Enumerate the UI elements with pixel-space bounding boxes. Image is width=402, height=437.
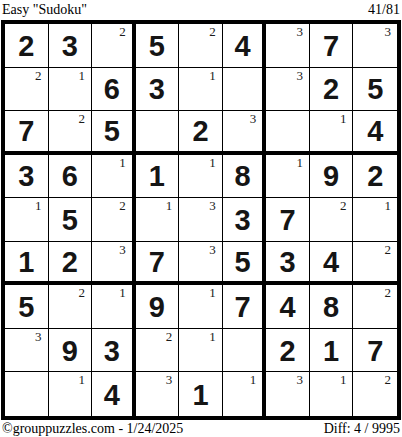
difficulty-text: Diff: 4 / 9995 [324,421,400,436]
cell-r7c8[interactable]: 8 [310,285,354,329]
sudoku-board: 2325243732163132572523143611181921521337… [1,20,401,420]
corner-mark: 1 [340,112,347,125]
cell-r1c6[interactable]: 4 [223,24,267,68]
given-digit: 6 [104,75,120,104]
cell-r9c6[interactable]: 1 [223,372,267,416]
corner-mark: 1 [209,69,216,82]
given-digit: 4 [280,293,296,322]
cell-r5c7[interactable]: 7 [266,198,310,242]
cell-r6c5[interactable]: 3 [179,242,223,286]
cell-r3c9[interactable]: 4 [353,111,397,155]
cell-r7c5[interactable]: 1 [179,285,223,329]
given-digit: 4 [234,32,250,61]
corner-mark: 3 [250,112,257,125]
cell-r8c9[interactable]: 7 [353,329,397,373]
cell-r7c1[interactable]: 5 [5,285,49,329]
cell-r7c3[interactable]: 1 [92,285,136,329]
cell-r5c9[interactable]: 1 [353,198,397,242]
corner-mark: 2 [166,330,173,343]
puzzle-title: Easy "Sudoku" [2,1,87,18]
given-digit: 3 [280,248,296,277]
cell-r8c3[interactable]: 3 [92,329,136,373]
cell-r4c5[interactable]: 1 [179,155,223,199]
cell-r9c7[interactable]: 3 [266,372,310,416]
given-digit: 7 [234,293,250,322]
given-digit: 4 [323,248,339,277]
cell-r3c3[interactable]: 5 [92,111,136,155]
cell-r1c1[interactable]: 2 [5,24,49,68]
cell-r8c1[interactable]: 3 [5,329,49,373]
given-digit: 3 [18,162,34,191]
corner-mark: 2 [35,69,42,82]
given-digit: 6 [62,162,78,191]
corner-mark: 2 [119,25,126,38]
given-digit: 1 [323,337,339,366]
cell-r6c1[interactable]: 1 [5,242,49,286]
corner-mark: 3 [209,199,216,212]
cell-r8c6[interactable] [223,329,267,373]
corner-mark: 3 [296,373,303,386]
given-digit: 7 [149,248,165,277]
given-digit: 4 [104,381,120,410]
cell-r1c8[interactable]: 7 [310,24,354,68]
given-digit: 5 [367,75,383,104]
given-digit: 5 [104,117,120,146]
cell-r2c4[interactable]: 3 [136,68,180,112]
given-digit: 5 [149,32,165,61]
corner-mark: 1 [296,156,303,169]
cell-r4c9[interactable]: 2 [353,155,397,199]
corner-mark: 1 [119,286,126,299]
given-digit: 8 [323,293,339,322]
cell-r7c9[interactable]: 2 [353,285,397,329]
cell-r7c7[interactable]: 4 [266,285,310,329]
cell-r6c3[interactable]: 3 [92,242,136,286]
cell-r5c8[interactable]: 2 [310,198,354,242]
given-digit: 5 [62,206,78,235]
corner-mark: 1 [119,156,126,169]
cell-r7c2[interactable]: 2 [49,285,93,329]
given-digit: 9 [62,337,78,366]
cell-r3c1[interactable]: 7 [5,111,49,155]
given-digit: 1 [192,381,208,410]
corner-mark: 3 [296,69,303,82]
cell-r6c4[interactable]: 7 [136,242,180,286]
cell-r4c1[interactable]: 3 [5,155,49,199]
corner-mark: 1 [209,156,216,169]
given-digit: 2 [323,75,339,104]
cell-r4c6[interactable]: 8 [223,155,267,199]
cell-r7c6[interactable]: 7 [223,285,267,329]
cell-r6c2[interactable]: 2 [49,242,93,286]
cell-r3c4[interactable] [136,111,180,155]
corner-mark: 1 [166,199,173,212]
corner-mark: 1 [209,286,216,299]
corner-mark: 1 [79,69,86,82]
cell-r5c3[interactable]: 2 [92,198,136,242]
cell-r1c7[interactable]: 3 [266,24,310,68]
given-digit: 2 [280,337,296,366]
cell-r6c8[interactable]: 4 [310,242,354,286]
given-digit: 4 [367,117,383,146]
given-digit: 9 [149,293,165,322]
cell-r2c1[interactable]: 2 [5,68,49,112]
cell-r8c5[interactable]: 1 [179,329,223,373]
corner-mark: 3 [209,243,216,256]
corner-mark: 1 [250,373,257,386]
given-digit: 1 [149,162,165,191]
cell-r3c8[interactable]: 1 [310,111,354,155]
corner-mark: 1 [340,373,347,386]
cell-r1c9[interactable]: 3 [353,24,397,68]
corner-mark: 1 [35,199,42,212]
header: Easy "Sudoku" 41/81 [2,1,400,19]
given-digit: 9 [323,162,339,191]
cell-r5c1[interactable]: 1 [5,198,49,242]
footer: ©grouppuzzles.com - 1/24/2025 Diff: 4 / … [2,421,400,437]
cell-r8c4[interactable]: 2 [136,329,180,373]
corner-mark: 3 [119,243,126,256]
given-digit: 3 [104,337,120,366]
sudoku-page: Easy "Sudoku" 41/81 23252437321631325725… [0,0,402,437]
cell-r8c8[interactable]: 1 [310,329,354,373]
corner-mark: 2 [340,199,347,212]
copyright-text: ©grouppuzzles.com - 1/24/2025 [2,421,183,436]
corner-mark: 2 [79,286,86,299]
corner-mark: 3 [296,25,303,38]
corner-mark: 3 [35,330,42,343]
cell-r5c2[interactable]: 5 [49,198,93,242]
cell-r2c6[interactable] [223,68,267,112]
given-digit: 2 [18,32,34,61]
given-digit: 2 [192,117,208,146]
given-digit: 3 [234,206,250,235]
corner-mark: 2 [385,243,392,256]
cell-r4c8[interactable]: 9 [310,155,354,199]
cell-r5c4[interactable]: 1 [136,198,180,242]
cell-r2c5[interactable]: 1 [179,68,223,112]
cell-r4c7[interactable]: 1 [266,155,310,199]
corner-mark: 3 [166,373,173,386]
given-digit: 3 [149,75,165,104]
cell-r3c7[interactable] [266,111,310,155]
cell-r6c6[interactable]: 5 [223,242,267,286]
cell-r5c6[interactable]: 3 [223,198,267,242]
given-digit: 7 [18,117,34,146]
cell-r9c5[interactable]: 1 [179,372,223,416]
corner-mark: 2 [385,373,392,386]
corner-mark: 1 [79,373,86,386]
cell-r1c2[interactable]: 3 [49,24,93,68]
cell-r2c8[interactable]: 2 [310,68,354,112]
corner-mark: 2 [79,112,86,125]
corner-mark: 1 [209,330,216,343]
cell-r5c5[interactable]: 3 [179,198,223,242]
cell-r6c7[interactable]: 3 [266,242,310,286]
given-digit: 3 [62,32,78,61]
cell-r9c9[interactable]: 2 [353,372,397,416]
given-digit: 7 [280,206,296,235]
given-digit: 5 [234,248,250,277]
cell-r2c2[interactable]: 1 [49,68,93,112]
corner-mark: 1 [385,199,392,212]
cell-r8c2[interactable]: 9 [49,329,93,373]
given-digit: 8 [234,162,250,191]
cell-r1c5[interactable]: 2 [179,24,223,68]
cell-r4c4[interactable]: 1 [136,155,180,199]
cell-r1c3[interactable]: 2 [92,24,136,68]
given-digit: 7 [367,337,383,366]
cell-r4c3[interactable]: 1 [92,155,136,199]
cell-r7c4[interactable]: 9 [136,285,180,329]
cell-r1c4[interactable]: 5 [136,24,180,68]
cell-r9c2[interactable]: 1 [49,372,93,416]
given-digit: 2 [367,162,383,191]
cell-r2c9[interactable]: 5 [353,68,397,112]
cell-r9c3[interactable]: 4 [92,372,136,416]
cell-r3c5[interactable]: 2 [179,111,223,155]
corner-mark: 2 [209,25,216,38]
cell-r9c8[interactable]: 1 [310,372,354,416]
cell-r9c4[interactable]: 3 [136,372,180,416]
given-digit: 1 [18,248,34,277]
cell-r6c9[interactable]: 2 [353,242,397,286]
cell-r2c3[interactable]: 6 [92,68,136,112]
corner-mark: 3 [385,25,392,38]
given-digit: 2 [62,248,78,277]
progress-counter: 41/81 [368,1,400,18]
cell-r4c2[interactable]: 6 [49,155,93,199]
corner-mark: 2 [119,199,126,212]
cell-r8c7[interactable]: 2 [266,329,310,373]
cell-r9c1[interactable] [5,372,49,416]
cell-r3c6[interactable]: 3 [223,111,267,155]
cell-r2c7[interactable]: 3 [266,68,310,112]
cell-r3c2[interactable]: 2 [49,111,93,155]
given-digit: 5 [18,293,34,322]
given-digit: 7 [323,32,339,61]
corner-mark: 2 [385,286,392,299]
